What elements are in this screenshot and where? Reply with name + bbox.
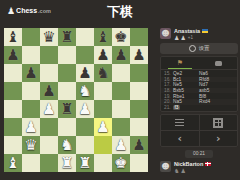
move-row: 21.f3 [161,105,237,111]
piece-black-knight[interactable]: ♞ [96,64,109,82]
move-black[interactable]: Rxd4 [199,99,225,104]
move-number: 21. [164,105,173,110]
move-white[interactable]: Rbe1 [173,94,199,99]
square-d4[interactable]: ♜ [58,100,76,118]
square-h2[interactable]: ♟ [130,136,148,154]
square-a8[interactable]: ♝ [4,28,22,46]
square-d2[interactable]: ♞ [58,136,76,154]
piece-white-pawn[interactable]: ♟ [114,136,127,154]
square-e5[interactable]: ♞ [76,82,94,100]
piece-white-pawn[interactable]: ♟ [96,118,109,136]
square-g6[interactable] [112,64,130,82]
square-b8[interactable] [22,28,40,46]
player-bottom: ☻ NickBarton ♞♟ [160,161,238,174]
piece-black-pawn[interactable]: ♟ [42,82,55,100]
chess-board: ♝♛♜♝♚♟♟♟♟♟♟♞♟♞♟♜♟♟♟♛♞♟♟♝♜♜♚ [4,28,148,172]
square-g5[interactable] [112,82,130,100]
square-f1[interactable] [94,154,112,172]
piece-black-rook[interactable]: ♜ [60,100,73,118]
piece-white-queen[interactable]: ♛ [24,136,37,154]
moves-panel: ⚑ 15.Qe2Na616.Bc1Rfd817.Ne5Nd718.Bxb5axb… [160,56,238,112]
piece-white-pawn[interactable]: ♟ [78,100,91,118]
square-c8[interactable]: ♛ [40,28,58,46]
move-black[interactable]: axb5 [199,88,225,93]
square-h6[interactable] [130,64,148,82]
move-number: 20. [164,99,173,104]
square-c7[interactable] [40,46,58,64]
square-f3[interactable]: ♟ [94,118,112,136]
square-a5[interactable] [4,82,22,100]
square-f5[interactable] [94,82,112,100]
piece-black-pawn[interactable]: ♟ [132,46,145,64]
move-black[interactable]: Bf8 [199,94,225,99]
square-c1[interactable] [40,154,58,172]
square-c5[interactable]: ♟ [40,82,58,100]
piece-black-pawn[interactable]: ♟ [96,46,109,64]
move-number: 19. [164,94,173,99]
piece-white-rook[interactable]: ♜ [60,154,73,172]
square-b5[interactable] [22,82,40,100]
square-g4[interactable] [112,100,130,118]
piece-white-knight[interactable]: ♞ [78,82,91,100]
captured-piece-icon: ♟ [180,168,185,174]
game-sidebar: ☻ Anastasia ♟♟+1 设置 ⚑ 15.Qe [160,28,238,174]
piece-black-pawn[interactable]: ♟ [24,64,37,82]
square-d5[interactable] [58,82,76,100]
gear-icon [189,45,196,52]
move-number: 16. [164,77,173,82]
square-b1[interactable] [22,154,40,172]
square-c4[interactable]: ♟ [40,100,58,118]
captured-pieces-bottom: ♞♟ [174,168,211,174]
next-move-button[interactable]: › [199,131,238,146]
avatar-top: ☻ [160,28,171,39]
tab-moves[interactable]: ⚑ [161,57,199,69]
piece-black-queen[interactable]: ♛ [42,28,55,46]
ukraine-flag-icon [202,29,208,33]
page-title: 下棋 [0,3,240,21]
move-black[interactable]: Nd7 [199,82,225,87]
move-list-options-button[interactable] [161,115,199,130]
square-d6[interactable] [58,64,76,82]
piece-black-pawn[interactable]: ♟ [78,64,91,82]
chevron-right-icon: › [216,133,221,144]
square-g7[interactable]: ♟ [112,46,130,64]
chat-bubble-icon [215,61,222,66]
square-h8[interactable] [130,28,148,46]
piece-black-pawn[interactable]: ♟ [132,136,145,154]
square-g3[interactable] [112,118,130,136]
square-d3[interactable] [58,118,76,136]
nav-buttons: ‹ › [161,131,237,146]
timer-row: 00:21 [160,150,238,158]
move-white[interactable]: Bxb5 [173,88,199,93]
captured-piece-icon: ♟ [180,35,185,41]
tab-chat[interactable] [199,57,237,69]
square-d8[interactable]: ♜ [58,28,76,46]
move-number: 17. [164,82,173,87]
square-a3[interactable] [4,118,22,136]
moves-flag-icon: ⚑ [177,60,183,67]
captured-piece-icon: ♞ [174,168,179,174]
square-e1[interactable]: ♜ [76,154,94,172]
square-b6[interactable]: ♟ [22,64,40,82]
settings-button-label: 设置 [199,45,210,52]
piece-white-rook[interactable]: ♜ [78,154,91,172]
piece-white-knight[interactable]: ♞ [60,136,73,154]
square-b3[interactable]: ♟ [22,118,40,136]
square-e6[interactable]: ♟ [76,64,94,82]
square-f7[interactable]: ♟ [94,46,112,64]
red-flag-icon [205,162,211,166]
piece-black-pawn[interactable]: ♟ [6,46,19,64]
square-h3[interactable] [130,118,148,136]
square-f2[interactable] [94,136,112,154]
square-a6[interactable] [4,64,22,82]
captured-piece-icon: ♟ [174,35,179,41]
square-b7[interactable] [22,46,40,64]
square-e4[interactable]: ♟ [76,100,94,118]
piece-black-bishop[interactable]: ♝ [96,28,109,46]
piece-black-bishop[interactable]: ♝ [6,28,19,46]
square-b4[interactable] [22,100,40,118]
move-black[interactable]: Rfd8 [199,77,225,82]
square-e7[interactable] [76,46,94,64]
game-timer: 00:21 [185,150,213,158]
move-white[interactable]: Ne5 [173,82,199,87]
square-g2[interactable]: ♟ [112,136,130,154]
piece-black-rook[interactable]: ♜ [60,28,73,46]
square-a2[interactable] [4,136,22,154]
square-g8[interactable]: ♚ [112,28,130,46]
tools-panel: ‹ › [160,114,238,147]
square-b2[interactable]: ♛ [22,136,40,154]
square-h4[interactable] [130,100,148,118]
square-d1[interactable]: ♜ [58,154,76,172]
square-e8[interactable] [76,28,94,46]
square-c3[interactable] [40,118,58,136]
app-root: ♟ Chess .com 下棋 ♝♛♜♝♚♟♟♟♟♟♟♞♟♞♟♜♟♟♟♛♞♟♟♝… [0,0,240,180]
square-c2[interactable] [40,136,58,154]
square-g1[interactable]: ♚ [112,154,130,172]
square-f8[interactable]: ♝ [94,28,112,46]
move-number: 15. [164,71,173,76]
chevron-left-icon: ‹ [177,133,182,144]
avatar-bottom: ☻ [160,161,171,172]
move-white[interactable]: Na5 [173,99,199,104]
captured-pieces-top: ♟♟+1 [174,35,208,41]
move-white[interactable]: Bc1 [173,77,199,82]
square-h5[interactable] [130,82,148,100]
piece-white-king[interactable]: ♚ [114,154,127,172]
settings-button[interactable]: 设置 [160,43,238,54]
analysis-grid-icon [213,118,223,128]
square-h7[interactable]: ♟ [130,46,148,64]
move-black[interactable]: Na6 [199,71,225,76]
move-white[interactable]: f3 [173,105,199,110]
piece-white-bishop[interactable]: ♝ [6,154,19,172]
square-d7[interactable] [58,46,76,64]
list-lines-icon [175,119,184,126]
square-h1[interactable] [130,154,148,172]
square-f6[interactable]: ♞ [94,64,112,82]
piece-black-king[interactable]: ♚ [114,28,127,46]
material-advantage: +1 [188,36,193,41]
previous-move-button[interactable]: ‹ [161,131,199,146]
piece-white-pawn[interactable]: ♟ [42,100,55,118]
square-a4[interactable] [4,100,22,118]
square-a1[interactable]: ♝ [4,154,22,172]
square-e3[interactable] [76,118,94,136]
piece-white-pawn[interactable]: ♟ [24,118,37,136]
square-c6[interactable] [40,64,58,82]
square-a7[interactable]: ♟ [4,46,22,64]
tool-buttons [161,115,237,131]
move-list: 15.Qe2Na616.Bc1Rfd817.Ne5Nd718.Bxb5axb51… [161,70,237,111]
square-e2[interactable] [76,136,94,154]
sidebar-tabs: ⚑ [161,57,237,70]
analysis-button[interactable] [199,115,238,130]
square-f4[interactable] [94,100,112,118]
move-number: 18. [164,88,173,93]
player-top: ☻ Anastasia ♟♟+1 [160,28,238,41]
move-white[interactable]: Qe2 [173,71,199,76]
piece-black-pawn[interactable]: ♟ [114,46,127,64]
